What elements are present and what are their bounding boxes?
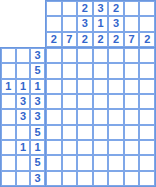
- board-cell[interactable]: [139, 140, 155, 155]
- board-cell[interactable]: [93, 63, 109, 78]
- column-clue-cell: 2: [77, 1, 93, 16]
- column-clue-cell: 2: [93, 32, 109, 47]
- board-cell[interactable]: [108, 94, 124, 109]
- board-cell[interactable]: [46, 94, 62, 109]
- row-clue-cell: 1: [30, 140, 45, 155]
- column-clue-cell: 2: [46, 32, 62, 47]
- row-clue-cell: 3: [16, 94, 31, 109]
- board-cell[interactable]: [108, 79, 124, 94]
- row-clue-cell: 3: [30, 171, 45, 186]
- board-cell[interactable]: [124, 94, 140, 109]
- row-clue-cell: [16, 48, 31, 63]
- board-cell[interactable]: [77, 48, 93, 63]
- board-cell[interactable]: [124, 109, 140, 124]
- row-clue-cell: 1: [30, 79, 45, 94]
- board-cell[interactable]: [93, 140, 109, 155]
- row-clue-cell: [1, 155, 16, 170]
- board-cell[interactable]: [108, 140, 124, 155]
- row-clue-cell: 3: [30, 94, 45, 109]
- board-cell[interactable]: [124, 155, 140, 170]
- board-cell[interactable]: [46, 140, 62, 155]
- board-cell[interactable]: [93, 94, 109, 109]
- board-cell[interactable]: [139, 155, 155, 170]
- board-cell[interactable]: [93, 109, 109, 124]
- board-cell[interactable]: [124, 171, 140, 186]
- board-cell[interactable]: [124, 140, 140, 155]
- column-clue-cell: 7: [124, 32, 140, 47]
- row-clue-cell: [1, 140, 16, 155]
- board-cell[interactable]: [139, 125, 155, 140]
- board-cell[interactable]: [77, 79, 93, 94]
- board-cell[interactable]: [62, 125, 78, 140]
- row-clue-cell: 3: [30, 48, 45, 63]
- row-clues-grid: 35111333351153: [0, 47, 45, 187]
- board-cell[interactable]: [108, 63, 124, 78]
- board-cell[interactable]: [62, 140, 78, 155]
- board-cell[interactable]: [139, 94, 155, 109]
- row-clue-cell: [1, 94, 16, 109]
- row-clue-cell: [1, 109, 16, 124]
- row-clue-cell: 3: [16, 109, 31, 124]
- board-cell[interactable]: [77, 109, 93, 124]
- board-cell[interactable]: [77, 125, 93, 140]
- board-cell[interactable]: [108, 171, 124, 186]
- column-clue-cell: 3: [108, 16, 124, 31]
- board-cell[interactable]: [124, 48, 140, 63]
- board-cell[interactable]: [46, 155, 62, 170]
- board-cell[interactable]: [77, 171, 93, 186]
- column-clue-cell: [139, 1, 155, 16]
- board-cell[interactable]: [77, 94, 93, 109]
- column-clue-cell: 3: [77, 16, 93, 31]
- board-cell[interactable]: [108, 48, 124, 63]
- column-clue-cell: 3: [93, 1, 109, 16]
- row-clue-cell: 5: [30, 155, 45, 170]
- nonogram-puzzle: 2323132722272 35111333351153: [0, 0, 156, 187]
- row-clue-cell: 1: [16, 140, 31, 155]
- row-clue-cell: [1, 63, 16, 78]
- board-cell[interactable]: [139, 171, 155, 186]
- column-clue-cell: [62, 1, 78, 16]
- column-clue-cell: 1: [93, 16, 109, 31]
- board-cell[interactable]: [93, 125, 109, 140]
- board-cell[interactable]: [93, 155, 109, 170]
- column-clue-cell: [124, 1, 140, 16]
- board-cell[interactable]: [124, 63, 140, 78]
- board-cell[interactable]: [139, 79, 155, 94]
- column-clue-cell: 2: [108, 32, 124, 47]
- column-clue-cell: 2: [77, 32, 93, 47]
- row-clue-cell: [16, 171, 31, 186]
- board-cell[interactable]: [139, 48, 155, 63]
- column-clue-cell: [62, 16, 78, 31]
- board-cell[interactable]: [77, 140, 93, 155]
- board-cell[interactable]: [46, 63, 62, 78]
- board-cell[interactable]: [108, 155, 124, 170]
- clue-corner: [0, 0, 45, 47]
- column-clue-cell: 7: [62, 32, 78, 47]
- board-cell[interactable]: [46, 125, 62, 140]
- board-cell[interactable]: [93, 171, 109, 186]
- board-cell[interactable]: [124, 79, 140, 94]
- board-cell[interactable]: [108, 109, 124, 124]
- board-cell[interactable]: [139, 109, 155, 124]
- row-clue-cell: 1: [16, 79, 31, 94]
- board-cell[interactable]: [62, 79, 78, 94]
- row-clue-cell: 5: [30, 125, 45, 140]
- column-clue-cell: [139, 16, 155, 31]
- row-clue-cell: [1, 48, 16, 63]
- row-clue-cell: 3: [30, 109, 45, 124]
- row-clue-cell: [16, 125, 31, 140]
- board-cell[interactable]: [62, 155, 78, 170]
- board-cell[interactable]: [77, 155, 93, 170]
- board-cell[interactable]: [46, 79, 62, 94]
- board-cell[interactable]: [62, 171, 78, 186]
- board-cell[interactable]: [77, 63, 93, 78]
- row-clue-cell: 1: [1, 79, 16, 94]
- row-clue-cell: [16, 63, 31, 78]
- board-cell[interactable]: [124, 125, 140, 140]
- column-clue-cell: [124, 16, 140, 31]
- board-cell[interactable]: [46, 109, 62, 124]
- board-cell[interactable]: [62, 94, 78, 109]
- board-cell[interactable]: [108, 125, 124, 140]
- row-clue-cell: [16, 155, 31, 170]
- board-cell[interactable]: [93, 48, 109, 63]
- board-cell[interactable]: [46, 48, 62, 63]
- row-clue-cell: [1, 125, 16, 140]
- column-clue-cell: 2: [108, 1, 124, 16]
- column-clues-grid: 2323132722272: [45, 0, 156, 47]
- board-cell[interactable]: [62, 63, 78, 78]
- column-clue-cell: [46, 1, 62, 16]
- board-cell[interactable]: [62, 48, 78, 63]
- row-clue-cell: [1, 171, 16, 186]
- board-grid: [45, 47, 156, 187]
- board-cell[interactable]: [62, 109, 78, 124]
- board-cell[interactable]: [139, 63, 155, 78]
- board-cell[interactable]: [93, 79, 109, 94]
- column-clue-cell: [46, 16, 62, 31]
- row-clue-cell: 5: [30, 63, 45, 78]
- board-cell[interactable]: [46, 171, 62, 186]
- column-clue-cell: 2: [139, 32, 155, 47]
